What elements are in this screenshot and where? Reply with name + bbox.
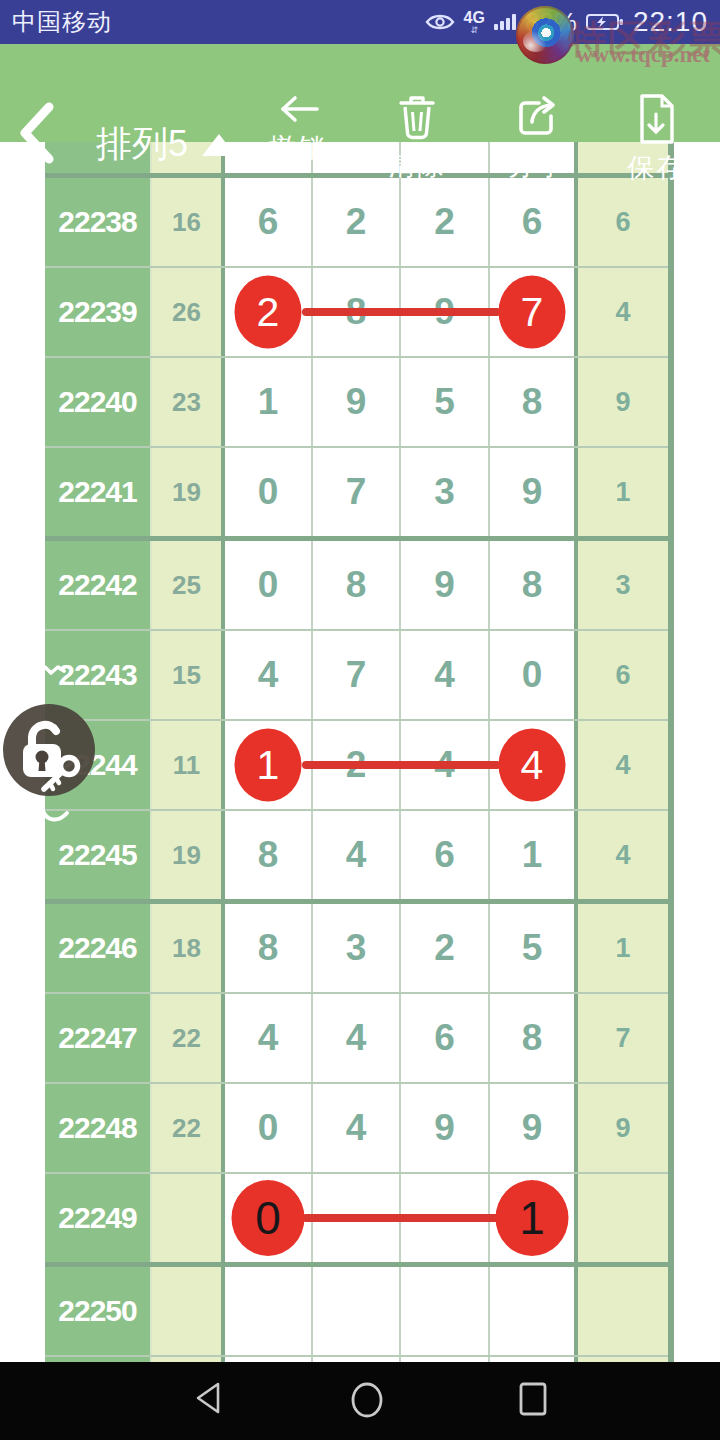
draw-number-cell: 22239	[45, 268, 152, 356]
signal-bars-icon	[494, 14, 516, 30]
last-digit-cell: 4	[578, 268, 668, 356]
digit-cell: 0	[225, 1174, 313, 1262]
clear-button[interactable]: 清除	[358, 94, 478, 186]
digit-cell: 2	[401, 178, 490, 266]
last-digit-cell: 9	[578, 1084, 668, 1172]
table-row: 222422508983	[45, 536, 668, 629]
digit-cell: 9	[490, 1084, 578, 1172]
sum-cell: 16	[152, 178, 225, 266]
undo-arrow-icon	[275, 94, 321, 124]
digit-cell: 0	[225, 541, 313, 629]
draw-number-cell: 22238	[45, 178, 152, 266]
last-digit-cell	[578, 1174, 668, 1262]
sum-cell: 22	[152, 994, 225, 1082]
digit-cell	[490, 1267, 578, 1355]
digit-cell: 4	[490, 721, 578, 809]
digit-cell: 2	[401, 904, 490, 992]
digit-cell: 0	[225, 448, 313, 536]
last-digit-cell: 6	[578, 178, 668, 266]
sum-cell: 15	[152, 631, 225, 719]
sum-cell	[152, 1267, 225, 1355]
digit-cell: 7	[313, 448, 401, 536]
digit-cell: 4	[313, 811, 401, 899]
digit-cell: 3	[313, 904, 401, 992]
draw-number-cell: 22242	[45, 541, 152, 629]
red-circle-mark[interactable]: 1	[235, 729, 302, 802]
digit-cell: 3	[401, 448, 490, 536]
table-row: 222381662266	[45, 173, 668, 266]
red-connector-line	[302, 308, 501, 316]
table-row: 22250	[45, 1262, 668, 1355]
digit-cell: 8	[225, 904, 313, 992]
last-digit-cell: 4	[578, 721, 668, 809]
digit-cell: 5	[401, 358, 490, 446]
table-row: 222392628974	[45, 266, 668, 356]
sum-cell: 23	[152, 358, 225, 446]
watermark-site-url: www.tqcp.net	[576, 42, 710, 68]
red-connector-line	[302, 1214, 501, 1222]
digit-cell: 8	[490, 541, 578, 629]
game-selector[interactable]: 排列5	[96, 120, 236, 169]
last-digit-cell: 4	[578, 811, 668, 899]
digit-cell: 6	[225, 178, 313, 266]
share-button[interactable]: 分享	[477, 94, 597, 186]
digit-cell: 1	[225, 358, 313, 446]
digit-cell: 1	[490, 811, 578, 899]
table-row: 222472244687	[45, 992, 668, 1082]
trend-table: 2223816622662223926289742224023195892224…	[45, 142, 674, 1362]
draw-number-cell: 22246	[45, 904, 152, 992]
digit-cell: 0	[225, 1084, 313, 1172]
digit-cell: 9	[401, 541, 490, 629]
sum-cell: 25	[152, 541, 225, 629]
network-type-icon: 4G ⇵	[464, 10, 485, 35]
red-circle-mark[interactable]: 0	[232, 1180, 305, 1256]
digit-cell: 5	[490, 904, 578, 992]
digit-cell	[225, 1267, 313, 1355]
digit-cell: 7	[313, 631, 401, 719]
screen-lock-widget[interactable]	[1, 702, 97, 798]
digit-cell: 4	[401, 631, 490, 719]
red-connector-line	[302, 761, 501, 769]
digit-cell: 7	[490, 268, 578, 356]
sum-cell: 26	[152, 268, 225, 356]
draw-number-cell: 22241	[45, 448, 152, 536]
nav-home-button[interactable]	[349, 1381, 385, 1419]
red-circle-mark[interactable]: 2	[235, 276, 302, 349]
trend-chart-area[interactable]: 2223816622662223926289742224023195892224…	[0, 142, 720, 1362]
last-digit-cell: 3	[578, 541, 668, 629]
last-digit-cell: 1	[578, 448, 668, 536]
nav-back-button[interactable]	[195, 1381, 221, 1415]
digit-cell: 6	[490, 178, 578, 266]
digit-cell: 9	[490, 448, 578, 536]
table-row: 2224901	[45, 1172, 668, 1262]
draw-number-cell: 22240	[45, 358, 152, 446]
digit-cell: 8	[490, 358, 578, 446]
last-digit-cell: 6	[578, 631, 668, 719]
digit-cell: 6	[401, 811, 490, 899]
digit-cell: 2	[313, 178, 401, 266]
nav-recents-button[interactable]	[518, 1381, 548, 1417]
digit-cell: 0	[490, 631, 578, 719]
sum-cell	[152, 1174, 225, 1262]
red-circle-mark[interactable]: 4	[499, 729, 566, 802]
page-title: 排列5	[96, 120, 188, 169]
table-row: 222431547406	[45, 629, 668, 719]
lock-keyhole	[39, 759, 46, 771]
save-file-icon	[634, 94, 678, 144]
digit-cell: 4	[313, 994, 401, 1082]
dropdown-up-triangle-icon	[202, 134, 236, 156]
table-row: 222411907391	[45, 446, 668, 536]
digit-cell: 8	[490, 994, 578, 1082]
draw-number-cell: 22247	[45, 994, 152, 1082]
digit-cell: 4	[313, 1084, 401, 1172]
table-row: 222402319589	[45, 356, 668, 446]
digit-cell: 8	[225, 811, 313, 899]
table-row	[45, 1355, 668, 1362]
carrier-label: 中国移动	[12, 6, 112, 38]
drawn-squiggle-mark	[36, 663, 66, 677]
sum-cell: 19	[152, 811, 225, 899]
drawn-wave-mark	[40, 808, 70, 826]
digit-cell: 1	[490, 1174, 578, 1262]
android-nav-bar	[0, 1362, 720, 1440]
red-circle-mark[interactable]: 7	[499, 276, 566, 349]
back-button[interactable]	[16, 102, 56, 164]
toolbar-buttons: 撤销 清除 分享	[238, 94, 716, 186]
eye-protection-icon	[425, 10, 455, 34]
digit-cell: 8	[313, 541, 401, 629]
watermark-logo	[516, 6, 574, 64]
table-row: 222451984614	[45, 809, 668, 899]
digit-cell	[313, 1267, 401, 1355]
sum-cell: 11	[152, 721, 225, 809]
app-screen: 中国移动 4G ⇵ 82% 22:10 特区彩票网 www.tqcp.net	[0, 0, 720, 1440]
undo-button[interactable]: 撤销	[238, 94, 358, 186]
digit-cell: 2	[225, 268, 313, 356]
digit-cell	[401, 1267, 490, 1355]
sum-cell: 18	[152, 904, 225, 992]
trash-icon	[394, 94, 440, 142]
last-digit-cell: 9	[578, 358, 668, 446]
digit-cell: 9	[401, 1084, 490, 1172]
table-row: 222441112444	[45, 719, 668, 809]
table-row: 222482204999	[45, 1082, 668, 1172]
digit-cell: 4	[225, 631, 313, 719]
last-digit-cell: 7	[578, 994, 668, 1082]
digit-cell: 1	[225, 721, 313, 809]
share-icon	[513, 94, 561, 142]
sum-cell: 19	[152, 448, 225, 536]
table-row: 222461883251	[45, 899, 668, 992]
last-digit-cell	[578, 1267, 668, 1355]
digit-cell: 9	[313, 358, 401, 446]
draw-number-cell: 22250	[45, 1267, 152, 1355]
draw-number-cell: 22249	[45, 1174, 152, 1262]
red-circle-mark[interactable]: 1	[496, 1180, 569, 1256]
digit-cell: 4	[225, 994, 313, 1082]
draw-number-cell: 22248	[45, 1084, 152, 1172]
digit-cell: 6	[401, 994, 490, 1082]
sum-cell: 22	[152, 1084, 225, 1172]
save-button[interactable]: 保存	[597, 94, 717, 186]
last-digit-cell: 1	[578, 904, 668, 992]
